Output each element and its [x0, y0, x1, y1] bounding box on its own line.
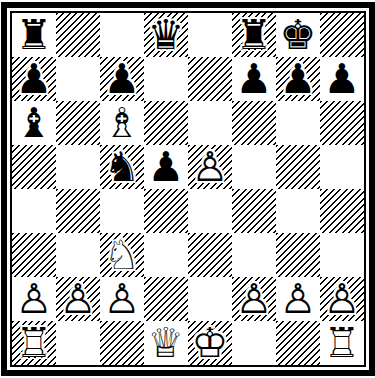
- square-c6[interactable]: ♝♗: [100, 101, 144, 145]
- white-pawn-glyph: ♙: [56, 277, 100, 321]
- square-e4[interactable]: [188, 189, 232, 233]
- piece-white-pawn[interactable]: ♟♙: [12, 277, 56, 321]
- piece-black-pawn[interactable]: ♟♟: [100, 57, 144, 101]
- piece-black-queen[interactable]: ♛♛: [144, 13, 188, 57]
- square-g1[interactable]: [276, 321, 320, 365]
- square-a1[interactable]: ♜♖: [12, 321, 56, 365]
- square-a6[interactable]: ♝♝: [12, 101, 56, 145]
- black-queen-glyph: ♛: [144, 13, 188, 57]
- square-b2[interactable]: ♟♙: [56, 277, 100, 321]
- black-bishop-glyph: ♝: [12, 101, 56, 145]
- piece-white-rook[interactable]: ♜♖: [320, 321, 364, 365]
- piece-white-king[interactable]: ♚♔: [188, 321, 232, 365]
- square-d8[interactable]: ♛♛: [144, 13, 188, 57]
- white-knight-glyph: ♘: [100, 233, 144, 277]
- white-bishop-glyph: ♗: [100, 101, 144, 145]
- square-a2[interactable]: ♟♙: [12, 277, 56, 321]
- square-c2[interactable]: ♟♙: [100, 277, 144, 321]
- piece-black-pawn[interactable]: ♟♟: [276, 57, 320, 101]
- white-pawn-glyph: ♙: [12, 277, 56, 321]
- square-d4[interactable]: [144, 189, 188, 233]
- piece-white-pawn[interactable]: ♟♙: [188, 145, 232, 189]
- square-f3[interactable]: [232, 233, 276, 277]
- piece-black-pawn[interactable]: ♟♟: [320, 57, 364, 101]
- square-b5[interactable]: [56, 145, 100, 189]
- square-a7[interactable]: ♟♟: [12, 57, 56, 101]
- square-e1[interactable]: ♚♔: [188, 321, 232, 365]
- square-d2[interactable]: [144, 277, 188, 321]
- square-d7[interactable]: [144, 57, 188, 101]
- square-c4[interactable]: [100, 189, 144, 233]
- square-c7[interactable]: ♟♟: [100, 57, 144, 101]
- square-f1[interactable]: [232, 321, 276, 365]
- square-a3[interactable]: [12, 233, 56, 277]
- square-f5[interactable]: [232, 145, 276, 189]
- square-f6[interactable]: [232, 101, 276, 145]
- square-b4[interactable]: [56, 189, 100, 233]
- square-e8[interactable]: [188, 13, 232, 57]
- square-b1[interactable]: [56, 321, 100, 365]
- piece-black-rook[interactable]: ♜♜: [12, 13, 56, 57]
- square-d1[interactable]: ♛♕: [144, 321, 188, 365]
- piece-black-pawn[interactable]: ♟♟: [144, 145, 188, 189]
- black-pawn-glyph: ♟: [232, 57, 276, 101]
- white-pawn-glyph: ♙: [276, 277, 320, 321]
- square-g7[interactable]: ♟♟: [276, 57, 320, 101]
- square-a4[interactable]: [12, 189, 56, 233]
- black-king-glyph: ♚: [276, 13, 320, 57]
- square-e7[interactable]: [188, 57, 232, 101]
- piece-white-queen[interactable]: ♛♕: [144, 321, 188, 365]
- square-h6[interactable]: [320, 101, 364, 145]
- white-pawn-glyph: ♙: [100, 277, 144, 321]
- white-queen-glyph: ♕: [144, 321, 188, 365]
- black-pawn-glyph: ♟: [276, 57, 320, 101]
- square-h1[interactable]: ♜♖: [320, 321, 364, 365]
- square-g3[interactable]: [276, 233, 320, 277]
- piece-black-knight[interactable]: ♞♞: [100, 145, 144, 189]
- square-f4[interactable]: [232, 189, 276, 233]
- square-h7[interactable]: ♟♟: [320, 57, 364, 101]
- piece-black-king[interactable]: ♚♚: [276, 13, 320, 57]
- square-c5[interactable]: ♞♞: [100, 145, 144, 189]
- square-c3[interactable]: ♞♘: [100, 233, 144, 277]
- piece-white-knight[interactable]: ♞♘: [100, 233, 144, 277]
- piece-black-rook[interactable]: ♜♜: [232, 13, 276, 57]
- black-pawn-glyph: ♟: [100, 57, 144, 101]
- square-h8[interactable]: [320, 13, 364, 57]
- white-rook-glyph: ♖: [320, 321, 364, 365]
- square-e2[interactable]: [188, 277, 232, 321]
- square-g6[interactable]: [276, 101, 320, 145]
- square-c8[interactable]: [100, 13, 144, 57]
- square-b8[interactable]: [56, 13, 100, 57]
- square-g5[interactable]: [276, 145, 320, 189]
- black-pawn-glyph: ♟: [144, 145, 188, 189]
- white-rook-glyph: ♖: [12, 321, 56, 365]
- square-h2[interactable]: ♟♙: [320, 277, 364, 321]
- piece-white-pawn[interactable]: ♟♙: [320, 277, 364, 321]
- chess-board: ♜♜♛♛♜♜♚♚♟♟♟♟♟♟♟♟♟♟♝♝♝♗♞♞♟♟♟♙♞♘♟♙♟♙♟♙♟♙♟♙…: [12, 13, 364, 365]
- white-king-glyph: ♔: [188, 321, 232, 365]
- square-a8[interactable]: ♜♜: [12, 13, 56, 57]
- black-rook-glyph: ♜: [12, 13, 56, 57]
- square-h3[interactable]: [320, 233, 364, 277]
- square-f2[interactable]: ♟♙: [232, 277, 276, 321]
- white-pawn-glyph: ♙: [320, 277, 364, 321]
- white-pawn-glyph: ♙: [232, 277, 276, 321]
- piece-white-pawn[interactable]: ♟♙: [56, 277, 100, 321]
- square-e3[interactable]: [188, 233, 232, 277]
- square-d6[interactable]: [144, 101, 188, 145]
- board-inner-frame: ♜♜♛♛♜♜♚♚♟♟♟♟♟♟♟♟♟♟♝♝♝♗♞♞♟♟♟♙♞♘♟♙♟♙♟♙♟♙♟♙…: [10, 11, 366, 367]
- square-h4[interactable]: [320, 189, 364, 233]
- piece-black-pawn[interactable]: ♟♟: [12, 57, 56, 101]
- square-f8[interactable]: ♜♜: [232, 13, 276, 57]
- chess-diagram: ♜♜♛♛♜♜♚♚♟♟♟♟♟♟♟♟♟♟♝♝♝♗♞♞♟♟♟♙♞♘♟♙♟♙♟♙♟♙♟♙…: [1, 2, 375, 376]
- square-h5[interactable]: [320, 145, 364, 189]
- square-e5[interactable]: ♟♙: [188, 145, 232, 189]
- white-pawn-glyph: ♙: [188, 145, 232, 189]
- square-c1[interactable]: [100, 321, 144, 365]
- piece-black-bishop[interactable]: ♝♝: [12, 101, 56, 145]
- black-knight-glyph: ♞: [100, 145, 144, 189]
- black-rook-glyph: ♜: [232, 13, 276, 57]
- square-b3[interactable]: [56, 233, 100, 277]
- square-g8[interactable]: ♚♚: [276, 13, 320, 57]
- piece-white-bishop[interactable]: ♝♗: [100, 101, 144, 145]
- square-g2[interactable]: ♟♙: [276, 277, 320, 321]
- board-outer-frame: ♜♜♛♛♜♜♚♚♟♟♟♟♟♟♟♟♟♟♝♝♝♗♞♞♟♟♟♙♞♘♟♙♟♙♟♙♟♙♟♙…: [1, 2, 375, 376]
- piece-white-pawn[interactable]: ♟♙: [276, 277, 320, 321]
- square-d3[interactable]: [144, 233, 188, 277]
- square-e6[interactable]: [188, 101, 232, 145]
- piece-white-pawn[interactable]: ♟♙: [100, 277, 144, 321]
- square-g4[interactable]: [276, 189, 320, 233]
- piece-white-pawn[interactable]: ♟♙: [232, 277, 276, 321]
- black-pawn-glyph: ♟: [12, 57, 56, 101]
- square-d5[interactable]: ♟♟: [144, 145, 188, 189]
- square-b7[interactable]: [56, 57, 100, 101]
- piece-black-pawn[interactable]: ♟♟: [232, 57, 276, 101]
- black-pawn-glyph: ♟: [320, 57, 364, 101]
- square-f7[interactable]: ♟♟: [232, 57, 276, 101]
- piece-white-rook[interactable]: ♜♖: [12, 321, 56, 365]
- square-b6[interactable]: [56, 101, 100, 145]
- square-a5[interactable]: [12, 145, 56, 189]
